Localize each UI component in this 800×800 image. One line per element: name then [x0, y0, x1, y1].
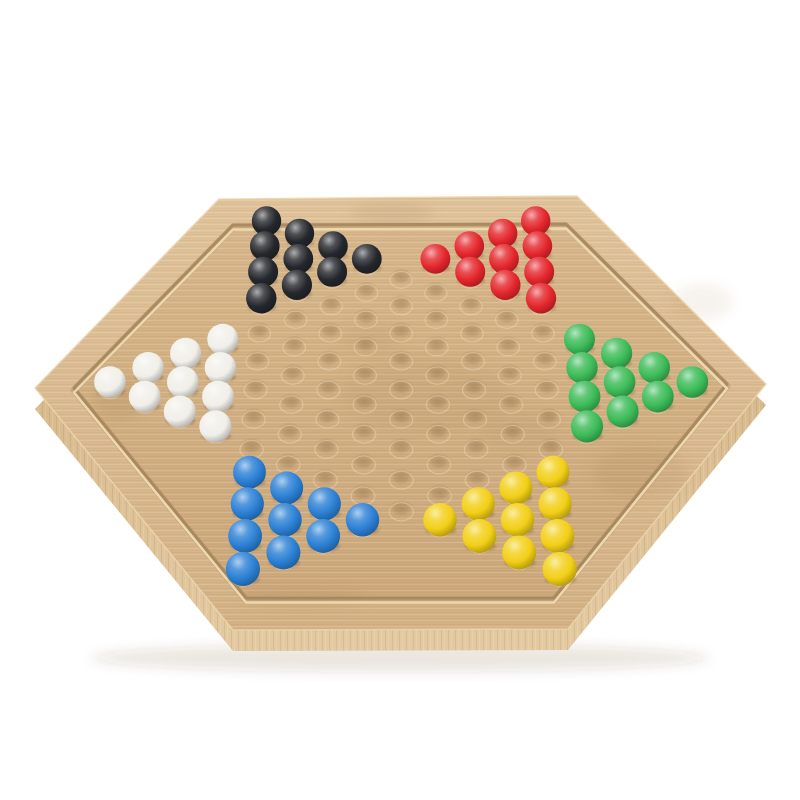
white-marble[interactable] [205, 352, 236, 383]
white-marble-c4-r3[interactable] [202, 381, 234, 413]
white-marble[interactable] [170, 338, 201, 369]
blue-marble[interactable] [268, 503, 301, 536]
green-marble-c15-r2[interactable] [604, 366, 636, 398]
red-marble-c12-r1[interactable] [488, 219, 517, 248]
blue-marble[interactable] [228, 519, 262, 553]
yellow-marble-c12-r10[interactable] [499, 471, 532, 504]
blue-marble[interactable] [226, 552, 260, 586]
red-marble[interactable] [523, 231, 553, 261]
yellow-marble-c13-r10[interactable] [537, 456, 570, 489]
red-marble-c11-r1[interactable] [455, 231, 485, 261]
blue-marble[interactable] [308, 487, 341, 520]
blue-marble-c7-r10[interactable] [308, 487, 341, 520]
black-marble-c6-r3[interactable] [282, 270, 312, 300]
green-marble[interactable] [569, 381, 601, 413]
green-marble[interactable] [566, 352, 597, 383]
red-marble-c11-r2[interactable] [455, 257, 485, 287]
white-marble-c3-r3[interactable] [164, 395, 196, 427]
yellow-marble[interactable] [541, 519, 575, 553]
yellow-marble[interactable] [462, 487, 495, 520]
black-marble[interactable] [252, 206, 281, 235]
green-marble[interactable] [677, 366, 709, 398]
black-marble-c5-r1[interactable] [252, 206, 281, 235]
green-marble-c16-r1[interactable] [639, 352, 670, 383]
black-marble[interactable] [250, 231, 280, 261]
black-marble-c5-r2[interactable] [250, 231, 280, 261]
white-marble[interactable] [164, 395, 196, 427]
yellow-marble-c13-r13[interactable] [543, 552, 577, 586]
white-marble-c3-r1[interactable] [170, 338, 201, 369]
green-marble-c15-r3[interactable] [607, 395, 639, 427]
black-marble-c6-r1[interactable] [285, 219, 314, 248]
blue-marble[interactable] [346, 503, 379, 536]
yellow-marble[interactable] [423, 503, 456, 536]
black-marble[interactable] [282, 270, 312, 300]
yellow-marble-c13-r11[interactable] [539, 487, 572, 520]
black-marble[interactable] [248, 257, 278, 287]
red-marble-c12-r3[interactable] [490, 270, 520, 300]
blue-marble-c6-r12[interactable] [266, 535, 300, 569]
blue-marble-c6-r11[interactable] [268, 503, 301, 536]
blue-marble-c5-r12[interactable] [228, 519, 262, 553]
yellow-marble[interactable] [502, 535, 536, 569]
black-marble-c5-r4[interactable] [246, 283, 276, 313]
red-marble-c13-r3[interactable] [524, 257, 554, 287]
white-marble-c3-r2[interactable] [167, 366, 199, 398]
green-marble[interactable] [607, 395, 639, 427]
yellow-marble[interactable] [539, 487, 572, 520]
red-marble[interactable] [521, 206, 550, 235]
black-marble-c5-r3[interactable] [248, 257, 278, 287]
black-marble[interactable] [318, 231, 348, 261]
green-marble[interactable] [571, 410, 603, 442]
red-marble[interactable] [455, 231, 485, 261]
blue-marble[interactable] [270, 471, 303, 504]
white-marble-c4-r4[interactable] [199, 410, 231, 442]
white-marble-c2-r2[interactable] [129, 381, 161, 413]
yellow-marble-c11-r10[interactable] [462, 487, 495, 520]
red-marble[interactable] [524, 257, 554, 287]
red-marble-c13-r4[interactable] [526, 283, 556, 313]
black-marble-c7-r2[interactable] [317, 257, 347, 287]
green-marble[interactable] [601, 338, 632, 369]
green-marble-c15-r1[interactable] [601, 338, 632, 369]
white-marble[interactable] [167, 366, 199, 398]
blue-marble-c7-r11[interactable] [306, 519, 340, 553]
blue-marble-c6-r10[interactable] [270, 471, 303, 504]
yellow-marble[interactable] [537, 456, 570, 489]
yellow-marble[interactable] [543, 552, 577, 586]
blue-marble-c5-r13[interactable] [226, 552, 260, 586]
black-marble[interactable] [246, 283, 276, 313]
green-marble-c14-r1[interactable] [564, 324, 595, 355]
yellow-marble-c13-r12[interactable] [541, 519, 575, 553]
black-marble-c6-r2[interactable] [283, 244, 313, 274]
red-marble[interactable] [455, 257, 485, 287]
chinese-checkers-board [0, 0, 800, 800]
yellow-marble[interactable] [463, 519, 497, 553]
black-marble-c8-r1[interactable] [352, 244, 382, 274]
green-marble[interactable] [564, 324, 595, 355]
green-marble[interactable] [604, 366, 636, 398]
blue-marble[interactable] [233, 456, 266, 489]
yellow-marble[interactable] [501, 503, 534, 536]
green-marble[interactable] [642, 381, 674, 413]
green-marble[interactable] [639, 352, 670, 383]
yellow-marble[interactable] [499, 471, 532, 504]
red-marble[interactable] [488, 219, 517, 248]
red-marble[interactable] [490, 270, 520, 300]
black-marble[interactable] [317, 257, 347, 287]
white-marble-c4-r1[interactable] [207, 324, 238, 355]
blue-marble-c5-r10[interactable] [233, 456, 266, 489]
white-marble[interactable] [207, 324, 238, 355]
red-marble[interactable] [526, 283, 556, 313]
red-marble-c13-r1[interactable] [521, 206, 550, 235]
blue-marble-c8-r10[interactable] [346, 503, 379, 536]
red-marble-c10-r1[interactable] [421, 244, 451, 274]
yellow-marble-c11-r11[interactable] [463, 519, 497, 553]
blue-marble[interactable] [266, 535, 300, 569]
blue-marble[interactable] [231, 487, 264, 520]
white-marble[interactable] [94, 366, 126, 398]
white-marble-c2-r1[interactable] [132, 352, 163, 383]
black-marble[interactable] [285, 219, 314, 248]
white-marble-c1-r1[interactable] [94, 366, 126, 398]
yellow-marble-c12-r11[interactable] [501, 503, 534, 536]
red-marble[interactable] [489, 244, 519, 274]
product-photo [0, 0, 800, 800]
red-marble-c13-r2[interactable] [523, 231, 553, 261]
blue-marble-c5-r11[interactable] [231, 487, 264, 520]
white-marble[interactable] [202, 381, 234, 413]
yellow-marble-c10-r10[interactable] [423, 503, 456, 536]
white-marble[interactable] [132, 352, 163, 383]
blue-marble[interactable] [306, 519, 340, 553]
yellow-marble-c12-r12[interactable] [502, 535, 536, 569]
red-marble[interactable] [421, 244, 451, 274]
white-marble-c4-r2[interactable] [205, 352, 236, 383]
green-marble-c17-r1[interactable] [677, 366, 709, 398]
white-marble[interactable] [199, 410, 231, 442]
green-marble-c16-r2[interactable] [642, 381, 674, 413]
white-marble[interactable] [129, 381, 161, 413]
green-marble-c14-r4[interactable] [571, 410, 603, 442]
green-marble-c14-r2[interactable] [566, 352, 597, 383]
black-marble-c7-r1[interactable] [318, 231, 348, 261]
black-marble[interactable] [352, 244, 382, 274]
black-marble[interactable] [283, 244, 313, 274]
green-marble-c14-r3[interactable] [569, 381, 601, 413]
red-marble-c12-r2[interactable] [489, 244, 519, 274]
